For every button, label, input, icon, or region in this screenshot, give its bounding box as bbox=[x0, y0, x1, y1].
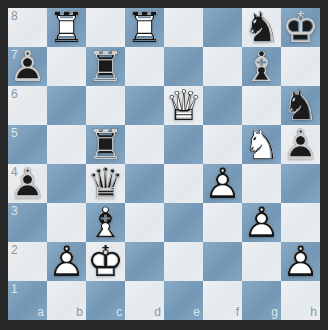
board-square[interactable]: ♞♘ bbox=[242, 8, 281, 47]
board-square[interactable] bbox=[47, 86, 86, 125]
board-square[interactable] bbox=[86, 86, 125, 125]
piece-black-pawn[interactable]: ♟♙ bbox=[8, 47, 47, 86]
piece-glyph-outline: ♗ bbox=[87, 203, 125, 242]
board-square[interactable]: f bbox=[203, 281, 242, 320]
file-label: h bbox=[310, 306, 317, 318]
board-square[interactable]: ♟♙ bbox=[203, 164, 242, 203]
board-square[interactable]: ♜♖ bbox=[125, 8, 164, 47]
board-square[interactable]: ♝♗ bbox=[86, 203, 125, 242]
piece-glyph-fill: ♝ bbox=[87, 203, 125, 242]
piece-black-knight[interactable]: ♞♘ bbox=[281, 86, 320, 125]
rank-label: 1 bbox=[11, 283, 18, 295]
board-square[interactable] bbox=[47, 47, 86, 86]
board-square[interactable]: 3 bbox=[8, 203, 47, 242]
piece-glyph-fill: ♞ bbox=[282, 86, 320, 125]
board-square[interactable] bbox=[125, 203, 164, 242]
file-label: a bbox=[37, 306, 44, 318]
board-square[interactable] bbox=[125, 125, 164, 164]
board-square[interactable]: 7♟♙ bbox=[8, 47, 47, 86]
piece-white-pawn[interactable]: ♟♙ bbox=[47, 242, 86, 281]
board-square[interactable] bbox=[47, 164, 86, 203]
piece-black-bishop[interactable]: ♝♗ bbox=[242, 47, 281, 86]
piece-glyph-outline: ♘ bbox=[282, 86, 320, 125]
board-square[interactable] bbox=[242, 242, 281, 281]
board-square[interactable]: ♛♕ bbox=[86, 164, 125, 203]
piece-glyph-outline: ♕ bbox=[165, 86, 203, 125]
board-square[interactable]: b bbox=[47, 281, 86, 320]
file-label: g bbox=[271, 306, 278, 318]
piece-white-queen[interactable]: ♛♕ bbox=[164, 86, 203, 125]
piece-glyph-outline: ♔ bbox=[282, 8, 320, 47]
chess-board-frame: 8♜♖♜♖♞♘♚♔7♟♙♜♖♝♗6♛♕♞♘5♜♖♞♘♟♙4♟♙♛♕♟♙3♝♗♟♙… bbox=[0, 0, 328, 330]
board-square[interactable]: ♚♔ bbox=[281, 8, 320, 47]
rank-label: 8 bbox=[11, 10, 18, 22]
piece-glyph-fill: ♞ bbox=[243, 8, 281, 47]
chess-board: 8♜♖♜♖♞♘♚♔7♟♙♜♖♝♗6♛♕♞♘5♜♖♞♘♟♙4♟♙♛♕♟♙3♝♗♟♙… bbox=[8, 8, 320, 320]
board-square[interactable] bbox=[203, 8, 242, 47]
board-square[interactable] bbox=[164, 203, 203, 242]
board-square[interactable] bbox=[125, 164, 164, 203]
rank-label: 6 bbox=[11, 88, 18, 100]
piece-glyph-outline: ♖ bbox=[126, 8, 164, 47]
piece-glyph-outline: ♖ bbox=[87, 125, 125, 164]
piece-white-knight[interactable]: ♞♘ bbox=[242, 125, 281, 164]
board-square[interactable] bbox=[47, 203, 86, 242]
piece-glyph-fill: ♝ bbox=[243, 47, 281, 86]
board-square[interactable]: 2 bbox=[8, 242, 47, 281]
piece-glyph-fill: ♟ bbox=[204, 164, 242, 203]
board-square[interactable] bbox=[203, 86, 242, 125]
piece-glyph-fill: ♛ bbox=[87, 164, 125, 203]
board-square[interactable]: 4♟♙ bbox=[8, 164, 47, 203]
file-label: d bbox=[154, 306, 161, 318]
piece-glyph-outline: ♔ bbox=[87, 242, 125, 281]
piece-glyph-outline: ♙ bbox=[48, 242, 86, 281]
board-square[interactable]: ♜♖ bbox=[47, 8, 86, 47]
piece-white-king[interactable]: ♚♔ bbox=[86, 242, 125, 281]
board-square[interactable]: 5 bbox=[8, 125, 47, 164]
board-square[interactable] bbox=[86, 8, 125, 47]
piece-glyph-fill: ♞ bbox=[243, 125, 281, 164]
board-square[interactable] bbox=[164, 164, 203, 203]
board-square[interactable]: e bbox=[164, 281, 203, 320]
board-square[interactable]: ♟♙ bbox=[281, 125, 320, 164]
piece-glyph-outline: ♙ bbox=[9, 47, 47, 86]
board-square[interactable] bbox=[281, 203, 320, 242]
board-square[interactable] bbox=[281, 47, 320, 86]
piece-black-pawn[interactable]: ♟♙ bbox=[281, 125, 320, 164]
board-square[interactable] bbox=[47, 125, 86, 164]
piece-glyph-outline: ♕ bbox=[87, 164, 125, 203]
board-square[interactable]: d bbox=[125, 281, 164, 320]
piece-white-pawn[interactable]: ♟♙ bbox=[281, 242, 320, 281]
piece-glyph-outline: ♙ bbox=[243, 203, 281, 242]
piece-glyph-fill: ♜ bbox=[87, 47, 125, 86]
file-label: f bbox=[236, 306, 239, 318]
board-square[interactable] bbox=[125, 47, 164, 86]
board-square[interactable]: ♟♙ bbox=[47, 242, 86, 281]
piece-glyph-fill: ♟ bbox=[9, 164, 47, 203]
board-square[interactable]: ♜♖ bbox=[86, 47, 125, 86]
piece-white-bishop[interactable]: ♝♗ bbox=[86, 203, 125, 242]
piece-glyph-fill: ♟ bbox=[48, 242, 86, 281]
piece-white-rook[interactable]: ♜♖ bbox=[47, 8, 86, 47]
piece-glyph-outline: ♙ bbox=[9, 164, 47, 203]
board-square[interactable]: 6 bbox=[8, 86, 47, 125]
board-square[interactable] bbox=[203, 242, 242, 281]
board-square[interactable] bbox=[242, 164, 281, 203]
board-square[interactable] bbox=[203, 125, 242, 164]
piece-glyph-outline: ♙ bbox=[282, 242, 320, 281]
rank-label: 5 bbox=[11, 127, 18, 139]
piece-glyph-outline: ♖ bbox=[87, 47, 125, 86]
piece-glyph-fill: ♟ bbox=[282, 125, 320, 164]
piece-white-pawn[interactable]: ♟♙ bbox=[203, 164, 242, 203]
board-square[interactable]: ♟♙ bbox=[242, 203, 281, 242]
board-square[interactable] bbox=[164, 8, 203, 47]
piece-glyph-fill: ♛ bbox=[165, 86, 203, 125]
board-square[interactable]: c bbox=[86, 281, 125, 320]
piece-glyph-fill: ♜ bbox=[126, 8, 164, 47]
piece-black-rook[interactable]: ♜♖ bbox=[86, 47, 125, 86]
board-square[interactable] bbox=[203, 203, 242, 242]
piece-glyph-fill: ♟ bbox=[282, 242, 320, 281]
board-square[interactable]: ♝♗ bbox=[242, 47, 281, 86]
piece-black-queen[interactable]: ♛♕ bbox=[86, 164, 125, 203]
board-square[interactable]: 8 bbox=[8, 8, 47, 47]
board-square[interactable]: ♛♕ bbox=[164, 86, 203, 125]
piece-glyph-fill: ♟ bbox=[243, 203, 281, 242]
piece-glyph-outline: ♙ bbox=[282, 125, 320, 164]
board-square[interactable]: ♚♔ bbox=[86, 242, 125, 281]
rank-label: 2 bbox=[11, 244, 18, 256]
piece-glyph-fill: ♜ bbox=[87, 125, 125, 164]
piece-glyph-outline: ♗ bbox=[243, 47, 281, 86]
board-square[interactable] bbox=[125, 86, 164, 125]
piece-glyph-outline: ♘ bbox=[243, 125, 281, 164]
rank-label: 3 bbox=[11, 205, 18, 217]
piece-black-pawn[interactable]: ♟♙ bbox=[8, 164, 47, 203]
board-square[interactable]: 1a bbox=[8, 281, 47, 320]
piece-black-knight[interactable]: ♞♘ bbox=[242, 8, 281, 47]
file-label: c bbox=[116, 306, 122, 318]
piece-glyph-outline: ♖ bbox=[48, 8, 86, 47]
piece-white-rook[interactable]: ♜♖ bbox=[125, 8, 164, 47]
piece-glyph-fill: ♟ bbox=[9, 47, 47, 86]
board-square[interactable]: ♜♖ bbox=[86, 125, 125, 164]
piece-glyph-outline: ♙ bbox=[204, 164, 242, 203]
board-square[interactable] bbox=[242, 86, 281, 125]
board-square[interactable] bbox=[281, 164, 320, 203]
piece-black-king[interactable]: ♚♔ bbox=[281, 8, 320, 47]
board-square[interactable]: ♟♙ bbox=[281, 242, 320, 281]
board-square[interactable] bbox=[125, 242, 164, 281]
board-square[interactable] bbox=[164, 125, 203, 164]
board-square[interactable] bbox=[164, 47, 203, 86]
piece-glyph-outline: ♘ bbox=[243, 8, 281, 47]
piece-glyph-fill: ♜ bbox=[48, 8, 86, 47]
piece-glyph-fill: ♚ bbox=[87, 242, 125, 281]
board-square[interactable] bbox=[203, 47, 242, 86]
board-square[interactable]: ♞♘ bbox=[281, 86, 320, 125]
board-square[interactable]: h bbox=[281, 281, 320, 320]
piece-white-pawn[interactable]: ♟♙ bbox=[242, 203, 281, 242]
file-label: b bbox=[76, 306, 83, 318]
board-square[interactable] bbox=[164, 242, 203, 281]
piece-glyph-fill: ♚ bbox=[282, 8, 320, 47]
file-label: e bbox=[193, 306, 200, 318]
board-square[interactable]: g bbox=[242, 281, 281, 320]
board-square[interactable]: ♞♘ bbox=[242, 125, 281, 164]
piece-black-rook[interactable]: ♜♖ bbox=[86, 125, 125, 164]
